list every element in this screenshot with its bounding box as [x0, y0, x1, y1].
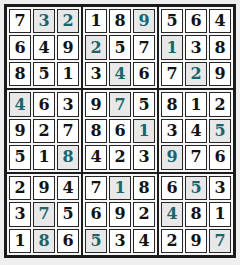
sudoku-cell-r4c3[interactable]: 3 — [57, 92, 79, 116]
sudoku-box-7: 294375186 — [7, 174, 81, 255]
sudoku-cell-r4c2[interactable]: 6 — [33, 92, 55, 116]
sudoku-cell-r3c1[interactable]: 8 — [9, 62, 31, 86]
sudoku-box-2: 189257346 — [83, 7, 157, 88]
sudoku-cell-r8c4[interactable]: 6 — [85, 202, 107, 226]
sudoku-cell-r7c8[interactable]: 5 — [185, 176, 207, 200]
sudoku-cell-r2c3[interactable]: 9 — [57, 35, 79, 59]
sudoku-cell-r5c3[interactable]: 7 — [57, 119, 79, 143]
sudoku-cell-r3c3[interactable]: 1 — [57, 62, 79, 86]
sudoku-cell-r8c1[interactable]: 3 — [9, 202, 31, 226]
sudoku-cell-r8c2[interactable]: 7 — [33, 202, 55, 226]
sudoku-cell-r7c3[interactable]: 4 — [57, 176, 79, 200]
sudoku-cell-r8c8[interactable]: 8 — [185, 202, 207, 226]
sudoku-cell-r5c1[interactable]: 9 — [9, 119, 31, 143]
sudoku-cell-r9c5[interactable]: 3 — [109, 229, 131, 253]
sudoku-box-5: 975861423 — [83, 90, 157, 171]
sudoku-cell-r7c2[interactable]: 9 — [33, 176, 55, 200]
sudoku-cell-r2c1[interactable]: 6 — [9, 35, 31, 59]
sudoku-cell-r7c1[interactable]: 2 — [9, 176, 31, 200]
sudoku-cell-r4c8[interactable]: 1 — [185, 92, 207, 116]
sudoku-cell-r4c1[interactable]: 4 — [9, 92, 31, 116]
sudoku-box-3: 564138729 — [159, 7, 233, 88]
sudoku-cell-r6c3[interactable]: 8 — [57, 145, 79, 169]
sudoku-cell-r1c9[interactable]: 4 — [209, 9, 231, 33]
sudoku-cell-r3c7[interactable]: 7 — [161, 62, 183, 86]
sudoku-cell-r5c9[interactable]: 5 — [209, 119, 231, 143]
sudoku-cell-r7c9[interactable]: 3 — [209, 176, 231, 200]
sudoku-cell-r6c9[interactable]: 6 — [209, 145, 231, 169]
sudoku-cell-r6c8[interactable]: 7 — [185, 145, 207, 169]
sudoku-cell-r9c1[interactable]: 1 — [9, 229, 31, 253]
sudoku-cell-r2c2[interactable]: 4 — [33, 35, 55, 59]
sudoku-cell-r5c4[interactable]: 8 — [85, 119, 107, 143]
sudoku-cell-r9c3[interactable]: 6 — [57, 229, 79, 253]
sudoku-cell-r8c7[interactable]: 4 — [161, 202, 183, 226]
sudoku-box-8: 718692534 — [83, 174, 157, 255]
sudoku-cell-r5c8[interactable]: 4 — [185, 119, 207, 143]
sudoku-cell-r9c8[interactable]: 9 — [185, 229, 207, 253]
sudoku-cell-r2c5[interactable]: 5 — [109, 35, 131, 59]
sudoku-cell-r1c7[interactable]: 5 — [161, 9, 183, 33]
sudoku-box-6: 812345976 — [159, 90, 233, 171]
sudoku-cell-r3c2[interactable]: 5 — [33, 62, 55, 86]
sudoku-cell-r3c6[interactable]: 6 — [133, 62, 155, 86]
sudoku-cell-r8c5[interactable]: 9 — [109, 202, 131, 226]
sudoku-board: 7326498511892573465641387294639275189758… — [4, 4, 236, 258]
sudoku-cell-r8c3[interactable]: 5 — [57, 202, 79, 226]
sudoku-cell-r9c2[interactable]: 8 — [33, 229, 55, 253]
sudoku-box-9: 653481297 — [159, 174, 233, 255]
sudoku-box-1: 732649851 — [7, 7, 81, 88]
sudoku-cell-r2c9[interactable]: 8 — [209, 35, 231, 59]
sudoku-cell-r1c3[interactable]: 2 — [57, 9, 79, 33]
sudoku-cell-r2c7[interactable]: 1 — [161, 35, 183, 59]
sudoku-cell-r8c6[interactable]: 2 — [133, 202, 155, 226]
sudoku-cell-r4c9[interactable]: 2 — [209, 92, 231, 116]
sudoku-cell-r3c8[interactable]: 2 — [185, 62, 207, 86]
sudoku-cell-r6c1[interactable]: 5 — [9, 145, 31, 169]
sudoku-cell-r7c4[interactable]: 7 — [85, 176, 107, 200]
sudoku-cell-r6c6[interactable]: 3 — [133, 145, 155, 169]
sudoku-cell-r6c4[interactable]: 4 — [85, 145, 107, 169]
sudoku-cell-r7c7[interactable]: 6 — [161, 176, 183, 200]
sudoku-cell-r4c4[interactable]: 9 — [85, 92, 107, 116]
sudoku-cell-r7c6[interactable]: 8 — [133, 176, 155, 200]
sudoku-cell-r1c5[interactable]: 8 — [109, 9, 131, 33]
sudoku-cell-r3c9[interactable]: 9 — [209, 62, 231, 86]
sudoku-cell-r3c5[interactable]: 4 — [109, 62, 131, 86]
sudoku-cell-r5c2[interactable]: 2 — [33, 119, 55, 143]
sudoku-cell-r2c4[interactable]: 2 — [85, 35, 107, 59]
sudoku-cell-r9c7[interactable]: 2 — [161, 229, 183, 253]
sudoku-cell-r4c5[interactable]: 7 — [109, 92, 131, 116]
sudoku-cell-r9c6[interactable]: 4 — [133, 229, 155, 253]
sudoku-cell-r2c6[interactable]: 7 — [133, 35, 155, 59]
sudoku-cell-r4c7[interactable]: 8 — [161, 92, 183, 116]
sudoku-cell-r4c6[interactable]: 5 — [133, 92, 155, 116]
sudoku-cell-r5c5[interactable]: 6 — [109, 119, 131, 143]
sudoku-cell-r6c7[interactable]: 9 — [161, 145, 183, 169]
sudoku-cell-r8c9[interactable]: 1 — [209, 202, 231, 226]
sudoku-cell-r1c6[interactable]: 9 — [133, 9, 155, 33]
sudoku-cell-r5c6[interactable]: 1 — [133, 119, 155, 143]
sudoku-cell-r5c7[interactable]: 3 — [161, 119, 183, 143]
sudoku-cell-r7c5[interactable]: 1 — [109, 176, 131, 200]
sudoku-cell-r9c4[interactable]: 5 — [85, 229, 107, 253]
sudoku-cell-r1c1[interactable]: 7 — [9, 9, 31, 33]
sudoku-cell-r1c8[interactable]: 6 — [185, 9, 207, 33]
sudoku-cell-r2c8[interactable]: 3 — [185, 35, 207, 59]
sudoku-cell-r6c2[interactable]: 1 — [33, 145, 55, 169]
sudoku-cell-r6c5[interactable]: 2 — [109, 145, 131, 169]
sudoku-cell-r3c4[interactable]: 3 — [85, 62, 107, 86]
sudoku-cell-r1c2[interactable]: 3 — [33, 9, 55, 33]
sudoku-box-4: 463927518 — [7, 90, 81, 171]
sudoku-cell-r9c9[interactable]: 7 — [209, 229, 231, 253]
sudoku-cell-r1c4[interactable]: 1 — [85, 9, 107, 33]
